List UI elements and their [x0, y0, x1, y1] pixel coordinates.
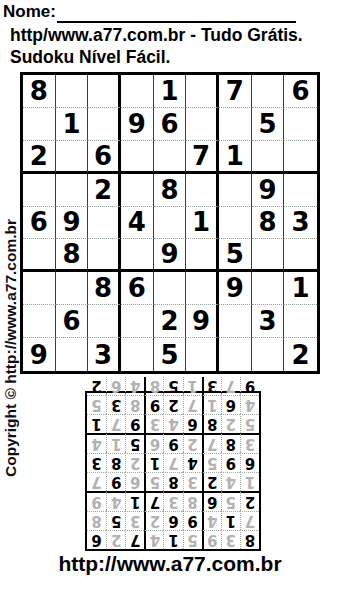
cell-r4c2[interactable]	[56, 174, 89, 207]
solution-cell-r8c3: 1	[202, 395, 221, 414]
solution-cell-r5c4: 4	[183, 453, 202, 472]
cell-r5c7[interactable]	[219, 207, 252, 240]
cell-r5c6: 1	[186, 207, 219, 240]
cell-r2c8: 5	[252, 108, 285, 141]
solution-cell-r4c7: 6	[125, 472, 144, 491]
solution-cell-r1c7: 7	[125, 530, 144, 549]
cell-r9c1: 9	[23, 338, 56, 371]
solution-cell-r3c9: 9	[87, 491, 106, 511]
solution-cell-r1c3: 9	[202, 530, 221, 549]
solution-cell-r7c5: 4	[163, 414, 182, 433]
solution-cell-r6c5: 9	[163, 433, 182, 453]
cell-r4c9[interactable]	[284, 174, 317, 207]
cell-r3c7: 1	[219, 141, 252, 174]
solution-cell-r3c2: 5	[221, 491, 240, 511]
cell-r6c9[interactable]	[284, 239, 317, 272]
cell-r6c2: 8	[56, 239, 89, 272]
cell-r8c8: 3	[252, 305, 285, 338]
name-blank-line[interactable]	[57, 1, 296, 23]
cell-r9c2[interactable]	[56, 338, 89, 371]
cell-r9c5: 5	[154, 338, 187, 371]
cell-r4c3: 2	[88, 174, 121, 207]
solution-cell-r6c1: 3	[240, 433, 259, 453]
site-tagline: http/www.a77.com.br - Tudo Grátis.	[10, 25, 303, 46]
cell-r9c7[interactable]	[219, 338, 252, 371]
solution-cell-r4c8: 9	[106, 472, 125, 491]
cell-r3c1: 2	[23, 141, 56, 174]
cell-r9c9: 2	[284, 338, 317, 371]
solution-cell-r4c9: 7	[87, 472, 106, 491]
solution-cell-r7c3: 8	[202, 414, 221, 433]
cell-r1c6[interactable]	[186, 75, 219, 108]
solution-cell-r5c8: 8	[106, 453, 125, 472]
solution-cell-r7c8: 7	[106, 414, 125, 433]
cell-r8c3[interactable]	[88, 305, 121, 338]
cell-r3c5[interactable]	[154, 141, 187, 174]
solution-cell-r4c5: 8	[163, 472, 182, 491]
copyright-vertical-text: Copyright © http://www.a77.com.br	[2, 219, 20, 477]
cell-r2c2: 1	[56, 108, 89, 141]
solution-cell-r3c3: 6	[202, 491, 221, 511]
solution-cell-r6c9: 4	[87, 433, 106, 453]
cell-r4c4[interactable]	[121, 174, 154, 207]
name-row: Nome:	[3, 1, 296, 23]
solution-cell-r8c8: 3	[106, 395, 125, 414]
solution-cell-r1c6: 4	[144, 530, 163, 549]
footer-url: http://www.a77.com.br	[0, 552, 340, 576]
solution-cell-r5c1: 6	[240, 453, 259, 472]
cell-r6c6[interactable]	[186, 239, 219, 272]
cell-r2c4: 9	[121, 108, 154, 141]
cell-r5c4: 4	[121, 207, 154, 240]
cell-r8c7[interactable]	[219, 305, 252, 338]
solution-cell-r6c6: 6	[144, 433, 163, 453]
cell-r2c3[interactable]	[88, 108, 121, 141]
solution-cell-r3c5: 3	[163, 491, 182, 511]
solution-cell-r3c4: 8	[183, 491, 202, 511]
cell-r4c1[interactable]	[23, 174, 56, 207]
solution-cell-r9c1: 9	[240, 377, 259, 395]
solution-cell-r5c2: 9	[221, 453, 240, 472]
solution-cell-r6c4: 2	[183, 433, 202, 453]
solution-cell-r6c3: 7	[202, 433, 221, 453]
cell-r8c1[interactable]	[23, 305, 56, 338]
cell-r6c3[interactable]	[88, 239, 121, 272]
solution-cell-r9c6: 8	[144, 377, 163, 395]
solution-cell-r6c2: 8	[221, 433, 240, 453]
solution-cell-r7c2: 2	[221, 414, 240, 433]
solution-cell-r1c1: 8	[240, 530, 259, 549]
solution-cell-r3c7: 1	[125, 491, 144, 511]
cell-r2c1[interactable]	[23, 108, 56, 141]
solution-cell-r9c8: 6	[106, 377, 125, 395]
cell-r3c4[interactable]	[121, 141, 154, 174]
solution-cell-r4c2: 4	[221, 472, 240, 491]
solution-cell-r5c3: 5	[202, 453, 221, 472]
solution-cell-r4c6: 5	[144, 472, 163, 491]
solution-cell-r2c6: 2	[144, 511, 163, 530]
solution-cell-r3c1: 2	[240, 491, 259, 511]
solution-cell-r8c2: 6	[221, 395, 240, 414]
cell-r7c5[interactable]	[154, 272, 187, 305]
solution-cell-r5c6: 1	[144, 453, 163, 472]
cell-r4c5: 8	[154, 174, 187, 207]
solution-cell-r9c3: 3	[202, 377, 221, 395]
solution-cell-r4c4: 3	[183, 472, 202, 491]
solution-cell-r1c5: 1	[163, 530, 182, 549]
cell-r8c5: 2	[154, 305, 187, 338]
solution-cell-r5c7: 2	[125, 453, 144, 472]
solution-cell-r8c6: 9	[144, 395, 163, 414]
solution-cell-r7c7: 9	[125, 414, 144, 433]
solution-cell-r1c2: 3	[221, 530, 240, 549]
cell-r2c5: 6	[154, 108, 187, 141]
solution-cell-r1c9: 6	[87, 530, 106, 549]
solution-cell-r7c9: 1	[87, 414, 106, 433]
puzzle-level-title: Sudoku Nível Fácil.	[10, 47, 170, 68]
solution-cell-r2c8: 5	[106, 511, 125, 530]
cell-r7c6[interactable]	[186, 272, 219, 305]
solution-cell-r8c4: 7	[183, 395, 202, 414]
solution-cell-r8c9: 5	[87, 395, 106, 414]
cell-r1c7: 7	[219, 75, 252, 108]
cell-r1c1: 8	[23, 75, 56, 108]
cell-r9c4[interactable]	[121, 338, 154, 371]
cell-r1c5: 1	[154, 75, 187, 108]
cell-r6c5: 9	[154, 239, 187, 272]
solution-cell-r3c6: 7	[144, 491, 163, 511]
solution-cell-r9c4: 1	[183, 377, 202, 395]
cell-r2c7[interactable]	[219, 108, 252, 141]
cell-r5c1: 6	[23, 207, 56, 240]
cell-r7c1[interactable]	[23, 272, 56, 305]
solution-cell-r6c7: 5	[125, 433, 144, 453]
solution-cell-r7c4: 6	[183, 414, 202, 433]
solution-cell-r9c2: 7	[221, 377, 240, 395]
cell-r7c7: 9	[219, 272, 252, 305]
solution-cell-r9c9: 2	[87, 377, 106, 395]
cell-r3c9[interactable]	[284, 141, 317, 174]
solution-grid-rotated-180: 8395147267149623582568371491423856976954…	[85, 391, 261, 551]
sudoku-worksheet-page: Nome: http/www.a77.com.br - Tudo Grátis.…	[0, 0, 340, 596]
cell-r7c8[interactable]	[252, 272, 285, 305]
cell-r4c8: 9	[252, 174, 285, 207]
cell-r4c7[interactable]	[219, 174, 252, 207]
solution-cell-r2c4: 9	[183, 511, 202, 530]
solution-cell-r7c6: 3	[144, 414, 163, 433]
cell-r2c9[interactable]	[284, 108, 317, 141]
solution-cell-r4c3: 2	[202, 472, 221, 491]
cell-r8c9[interactable]	[284, 305, 317, 338]
solution-cell-r1c8: 2	[106, 530, 125, 549]
cell-r8c6: 9	[186, 305, 219, 338]
solution-cell-r5c9: 3	[87, 453, 106, 472]
cell-r7c2[interactable]	[56, 272, 89, 305]
solution-cell-r8c7: 8	[125, 395, 144, 414]
solution-cell-r3c8: 4	[106, 491, 125, 511]
cell-r3c6: 7	[186, 141, 219, 174]
cell-r9c6[interactable]	[186, 338, 219, 371]
solution-cell-r2c7: 3	[125, 511, 144, 530]
solution-cell-r5c5: 7	[163, 453, 182, 472]
cell-r2c6[interactable]	[186, 108, 219, 141]
cell-r7c3: 8	[88, 272, 121, 305]
cell-r5c3[interactable]	[88, 207, 121, 240]
cell-r7c9: 1	[284, 272, 317, 305]
solution-cell-r2c9: 8	[87, 511, 106, 530]
cell-r7c4: 6	[121, 272, 154, 305]
cell-r4c6[interactable]	[186, 174, 219, 207]
solution-cell-r9c7: 4	[125, 377, 144, 395]
sudoku-puzzle-grid: 817619652671289694183895869162939352	[20, 72, 320, 374]
solution-cell-r1c4: 5	[183, 530, 202, 549]
solution-cell-r2c2: 1	[221, 511, 240, 530]
cell-r1c8[interactable]	[252, 75, 285, 108]
cell-r8c2: 6	[56, 305, 89, 338]
cell-r3c8[interactable]	[252, 141, 285, 174]
cell-r1c9: 6	[284, 75, 317, 108]
solution-cell-r2c3: 4	[202, 511, 221, 530]
cell-r1c3[interactable]	[88, 75, 121, 108]
solution-cell-r8c5: 2	[163, 395, 182, 414]
cell-r5c8: 8	[252, 207, 285, 240]
cell-r6c1[interactable]	[23, 239, 56, 272]
solution-cell-r7c1: 5	[240, 414, 259, 433]
cell-r6c7: 5	[219, 239, 252, 272]
cell-r3c2[interactable]	[56, 141, 89, 174]
solution-cell-r2c5: 6	[163, 511, 182, 530]
cell-r5c5[interactable]	[154, 207, 187, 240]
cell-r9c8[interactable]	[252, 338, 285, 371]
cell-r3c3: 6	[88, 141, 121, 174]
solution-cell-r6c8: 1	[106, 433, 125, 453]
cell-r6c4[interactable]	[121, 239, 154, 272]
name-label: Nome:	[3, 1, 56, 23]
cell-r1c2[interactable]	[56, 75, 89, 108]
cell-r8c4[interactable]	[121, 305, 154, 338]
solution-cell-r9c5: 5	[163, 377, 182, 395]
cell-r5c2: 9	[56, 207, 89, 240]
solution-cell-r4c1: 1	[240, 472, 259, 491]
cell-r1c4[interactable]	[121, 75, 154, 108]
cell-r9c3: 3	[88, 338, 121, 371]
cell-r6c8[interactable]	[252, 239, 285, 272]
solution-cell-r8c1: 4	[240, 395, 259, 414]
solution-cell-r2c1: 7	[240, 511, 259, 530]
cell-r5c9: 3	[284, 207, 317, 240]
